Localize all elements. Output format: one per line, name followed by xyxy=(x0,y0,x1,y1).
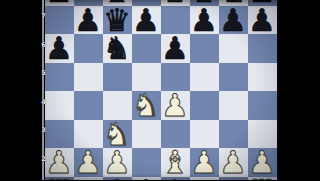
square-e6[interactable]: ♟ xyxy=(161,34,190,63)
square-c6[interactable]: ♞ xyxy=(103,34,132,63)
square-g4[interactable] xyxy=(219,91,248,120)
square-e2[interactable]: ♝ xyxy=(161,148,190,177)
white-pawn-piece: ♟ xyxy=(248,148,276,177)
square-c7[interactable]: ♛ xyxy=(103,6,132,35)
square-g3[interactable] xyxy=(219,120,248,149)
white-bishop-piece: ♝ xyxy=(103,177,131,181)
white-king-piece: ♚ xyxy=(161,177,189,181)
white-rook-piece: ♜ xyxy=(45,177,73,181)
square-a7[interactable] xyxy=(45,6,74,35)
square-c4[interactable] xyxy=(103,91,132,120)
square-h6[interactable] xyxy=(248,34,277,63)
black-pawn-piece: ♟ xyxy=(132,6,160,35)
rank-label-2: 2 xyxy=(40,155,47,163)
white-rook-piece: ♜ xyxy=(248,177,276,181)
square-c2[interactable]: ♟ xyxy=(103,148,132,177)
square-e5[interactable] xyxy=(161,63,190,92)
square-h4[interactable] xyxy=(248,91,277,120)
square-c3[interactable]: ♞ xyxy=(103,120,132,149)
white-pawn-piece: ♟ xyxy=(45,148,73,177)
square-b2[interactable]: ♟ xyxy=(74,148,103,177)
white-pawn-piece: ♟ xyxy=(219,148,247,177)
white-bishop-piece: ♝ xyxy=(161,148,189,177)
square-d5[interactable] xyxy=(132,63,161,92)
square-f4[interactable] xyxy=(190,91,219,120)
square-d7[interactable]: ♟ xyxy=(132,6,161,35)
black-pawn-piece: ♟ xyxy=(161,34,189,63)
square-d4[interactable]: ♞ xyxy=(132,91,161,120)
square-e3[interactable] xyxy=(161,120,190,149)
white-queen-piece: ♛ xyxy=(132,177,160,181)
black-pawn-piece: ♟ xyxy=(74,6,102,35)
square-f3[interactable] xyxy=(190,120,219,149)
square-h1[interactable]: ♜ xyxy=(248,177,277,181)
square-f6[interactable] xyxy=(190,34,219,63)
square-d6[interactable] xyxy=(132,34,161,63)
square-g5[interactable] xyxy=(219,63,248,92)
square-f5[interactable] xyxy=(190,63,219,92)
square-g7[interactable]: ♟ xyxy=(219,6,248,35)
black-pawn-piece: ♟ xyxy=(248,6,276,35)
black-pawn-piece: ♟ xyxy=(45,34,73,63)
black-knight-piece: ♞ xyxy=(103,34,131,63)
square-b3[interactable] xyxy=(74,120,103,149)
square-f2[interactable]: ♟ xyxy=(190,148,219,177)
square-b1[interactable] xyxy=(74,177,103,181)
square-e1[interactable]: ♚ xyxy=(161,177,190,181)
square-d3[interactable] xyxy=(132,120,161,149)
square-g2[interactable]: ♟ xyxy=(219,148,248,177)
square-d2[interactable] xyxy=(132,148,161,177)
chess-board: ♜♝♚♝♞♜♟♛♟♟♟♟♟♞♟♞♟♞♟♟♟♝♟♟♟♜♝♛♚♜ xyxy=(45,0,277,180)
square-a3[interactable] xyxy=(45,120,74,149)
rank-label-6: 6 xyxy=(40,41,47,49)
square-h3[interactable] xyxy=(248,120,277,149)
square-a4[interactable] xyxy=(45,91,74,120)
square-h5[interactable] xyxy=(248,63,277,92)
white-knight-piece: ♞ xyxy=(103,120,131,149)
square-h7[interactable]: ♟ xyxy=(248,6,277,35)
square-a2[interactable]: ♟ xyxy=(45,148,74,177)
white-pawn-piece: ♟ xyxy=(161,91,189,120)
square-a5[interactable] xyxy=(45,63,74,92)
square-f1[interactable] xyxy=(190,177,219,181)
square-b5[interactable] xyxy=(74,63,103,92)
square-h2[interactable]: ♟ xyxy=(248,148,277,177)
white-pawn-piece: ♟ xyxy=(190,148,218,177)
white-pawn-piece: ♟ xyxy=(74,148,102,177)
white-knight-piece: ♞ xyxy=(132,91,160,120)
rank-label-4: 4 xyxy=(40,98,47,106)
square-e7[interactable] xyxy=(161,6,190,35)
square-f7[interactable]: ♟ xyxy=(190,6,219,35)
black-queen-piece: ♛ xyxy=(103,6,131,35)
black-pawn-piece: ♟ xyxy=(190,6,218,35)
square-g6[interactable] xyxy=(219,34,248,63)
black-pawn-piece: ♟ xyxy=(219,6,247,35)
square-g1[interactable] xyxy=(219,177,248,181)
square-e4[interactable]: ♟ xyxy=(161,91,190,120)
video-frame: ♜♝♚♝♞♜♟♛♟♟♟♟♟♞♟♞♟♞♟♟♟♝♟♟♟♜♝♛♚♜ 765432 xyxy=(0,0,320,180)
white-pawn-piece: ♟ xyxy=(103,148,131,177)
square-b6[interactable] xyxy=(74,34,103,63)
board-left-edge xyxy=(42,0,44,180)
square-b7[interactable]: ♟ xyxy=(74,6,103,35)
square-b4[interactable] xyxy=(74,91,103,120)
rank-label-3: 3 xyxy=(40,126,47,134)
square-d1[interactable]: ♛ xyxy=(132,177,161,181)
rank-label-5: 5 xyxy=(40,69,47,77)
rank-label-7: 7 xyxy=(40,12,47,20)
square-a1[interactable]: ♜ xyxy=(45,177,74,181)
square-a6[interactable]: ♟ xyxy=(45,34,74,63)
square-c5[interactable] xyxy=(103,63,132,92)
square-c1[interactable]: ♝ xyxy=(103,177,132,181)
